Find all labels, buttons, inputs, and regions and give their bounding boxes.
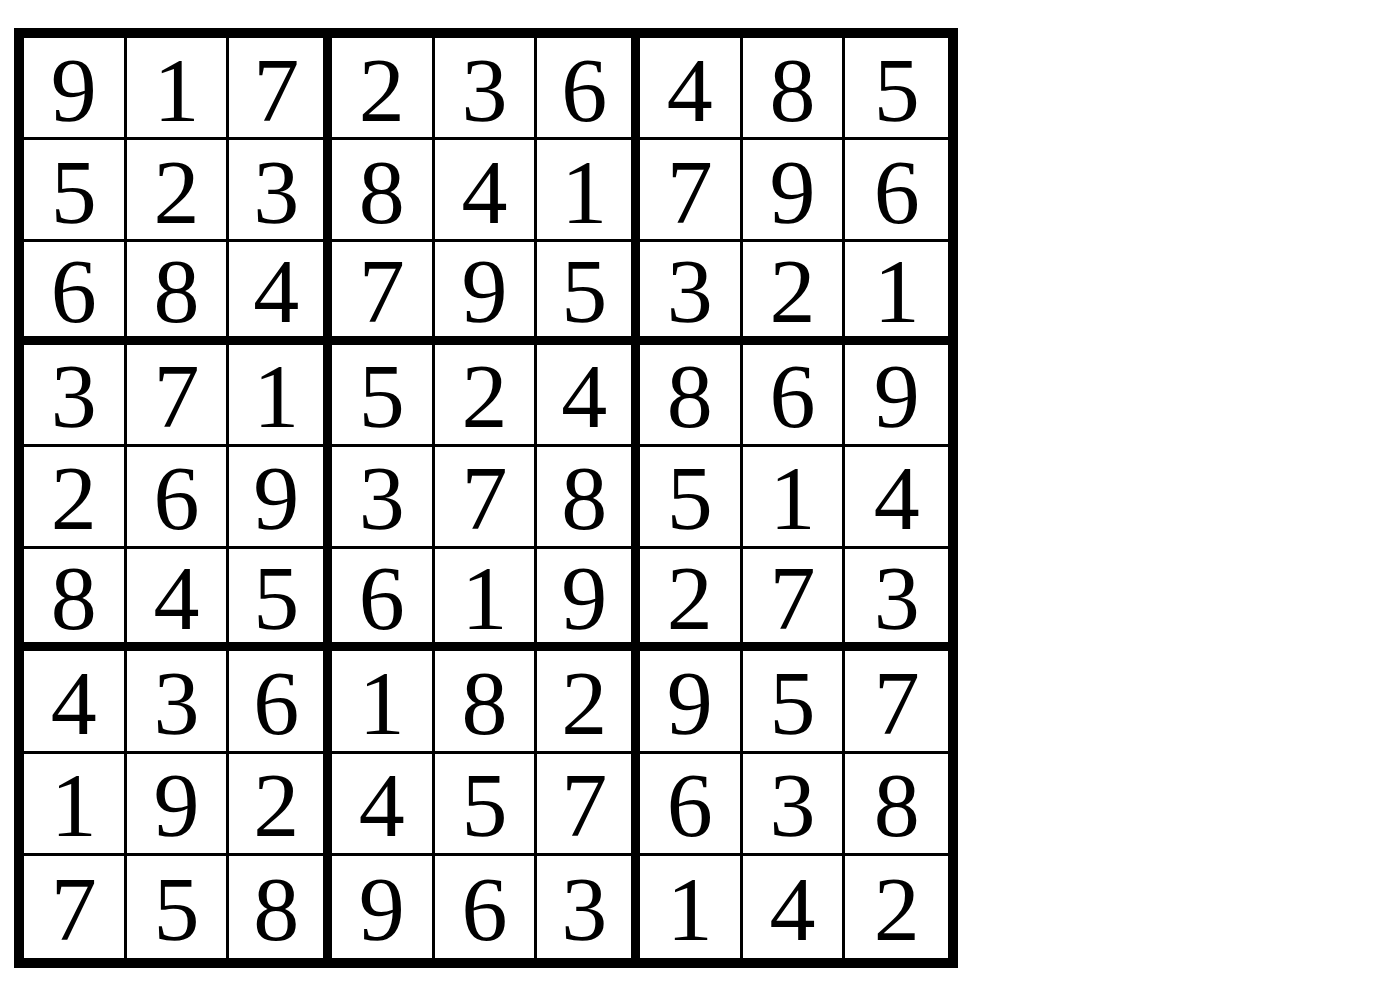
cell-r6c6[interactable]: 9 (537, 549, 640, 651)
cell-digit: 4 (153, 552, 199, 644)
cell-digit: 9 (769, 146, 815, 238)
cell-r1c3[interactable]: 7 (229, 38, 332, 140)
cell-digit: 4 (561, 350, 607, 442)
cell-digit: 1 (461, 552, 507, 644)
cell-digit: 9 (561, 552, 607, 644)
cell-digit: 7 (153, 350, 199, 442)
cell-r4c3[interactable]: 1 (229, 345, 332, 447)
cell-digit: 3 (874, 552, 920, 644)
cell-r2c9[interactable]: 6 (845, 140, 948, 242)
cell-r6c7[interactable]: 2 (640, 549, 743, 651)
cell-r1c8[interactable]: 8 (743, 38, 846, 140)
cell-r8c1[interactable]: 1 (24, 754, 127, 856)
cell-r1c7[interactable]: 4 (640, 38, 743, 140)
cell-digit: 3 (359, 452, 405, 544)
cell-digit: 2 (253, 759, 299, 851)
cell-r8c2[interactable]: 9 (127, 754, 230, 856)
cell-digit: 3 (667, 245, 713, 337)
cell-r4c5[interactable]: 2 (435, 345, 538, 447)
cell-digit: 5 (359, 350, 405, 442)
cell-r9c5[interactable]: 6 (435, 856, 538, 958)
cell-digit: 9 (461, 245, 507, 337)
cell-digit: 8 (359, 146, 405, 238)
cell-digit: 1 (561, 146, 607, 238)
cell-digit: 2 (153, 146, 199, 238)
cell-digit: 4 (253, 245, 299, 337)
cell-digit: 4 (769, 863, 815, 955)
cell-digit: 5 (561, 245, 607, 337)
cell-digit: 7 (561, 759, 607, 851)
cell-digit: 8 (667, 350, 713, 442)
cell-r8c8[interactable]: 3 (743, 754, 846, 856)
cell-r2c5[interactable]: 4 (435, 140, 538, 242)
cell-digit: 7 (253, 44, 299, 136)
cell-r1c9[interactable]: 5 (845, 38, 948, 140)
cell-digit: 6 (359, 552, 405, 644)
cell-digit: 3 (51, 350, 97, 442)
cell-r3c5[interactable]: 9 (435, 242, 538, 344)
cell-digit: 8 (253, 863, 299, 955)
cell-digit: 9 (874, 350, 920, 442)
cell-digit: 1 (769, 452, 815, 544)
cell-r9c2[interactable]: 5 (127, 856, 230, 958)
cell-r6c2[interactable]: 4 (127, 549, 230, 651)
cell-r1c6[interactable]: 6 (537, 38, 640, 140)
cell-digit: 2 (769, 245, 815, 337)
sudoku-board: 9172364855238417966847953213715248692693… (14, 28, 958, 968)
cell-digit: 7 (461, 452, 507, 544)
cell-digit: 8 (461, 657, 507, 749)
cell-digit: 4 (874, 452, 920, 544)
cell-digit: 7 (874, 657, 920, 749)
cell-r3c3[interactable]: 4 (229, 242, 332, 344)
cell-digit: 7 (769, 552, 815, 644)
cell-digit: 8 (51, 552, 97, 644)
cell-r8c5[interactable]: 5 (435, 754, 538, 856)
cell-r8c7[interactable]: 6 (640, 754, 743, 856)
cell-digit: 6 (874, 146, 920, 238)
cell-r9c4[interactable]: 9 (332, 856, 435, 958)
cell-digit: 2 (874, 863, 920, 955)
cell-digit: 6 (51, 245, 97, 337)
cell-digit: 4 (667, 44, 713, 136)
cell-digit: 1 (359, 657, 405, 749)
cell-r1c1[interactable]: 9 (24, 38, 127, 140)
cell-digit: 3 (769, 759, 815, 851)
cell-r8c3[interactable]: 2 (229, 754, 332, 856)
cell-r2c1[interactable]: 5 (24, 140, 127, 242)
cell-digit: 6 (769, 350, 815, 442)
cell-r9c6[interactable]: 3 (537, 856, 640, 958)
cell-r5c1[interactable]: 2 (24, 447, 127, 549)
cell-r6c1[interactable]: 8 (24, 549, 127, 651)
cell-r5c7[interactable]: 5 (640, 447, 743, 549)
cell-digit: 9 (253, 452, 299, 544)
cell-digit: 7 (51, 863, 97, 955)
cell-digit: 1 (253, 350, 299, 442)
cell-r3c8[interactable]: 2 (743, 242, 846, 344)
cell-digit: 5 (51, 146, 97, 238)
cell-r6c8[interactable]: 7 (743, 549, 846, 651)
cell-r9c9[interactable]: 2 (845, 856, 948, 958)
cell-r8c6[interactable]: 7 (537, 754, 640, 856)
cell-r2c6[interactable]: 1 (537, 140, 640, 242)
cell-digit: 7 (359, 245, 405, 337)
cell-r2c7[interactable]: 7 (640, 140, 743, 242)
cell-r2c8[interactable]: 9 (743, 140, 846, 242)
cell-r7c7[interactable]: 9 (640, 651, 743, 753)
cell-r5c8[interactable]: 1 (743, 447, 846, 549)
page: 9172364855238417966847953213715248692693… (0, 0, 1400, 1000)
cell-digit: 5 (253, 552, 299, 644)
cell-r1c2[interactable]: 1 (127, 38, 230, 140)
cell-digit: 9 (667, 657, 713, 749)
cell-r4c6[interactable]: 4 (537, 345, 640, 447)
cell-r7c2[interactable]: 3 (127, 651, 230, 753)
cell-r9c7[interactable]: 1 (640, 856, 743, 958)
cell-r3c4[interactable]: 7 (332, 242, 435, 344)
cell-r4c8[interactable]: 6 (743, 345, 846, 447)
cell-r3c9[interactable]: 1 (845, 242, 948, 344)
cell-digit: 5 (769, 657, 815, 749)
cell-r6c5[interactable]: 1 (435, 549, 538, 651)
cell-digit: 5 (153, 863, 199, 955)
cell-digit: 3 (253, 146, 299, 238)
cell-r7c3[interactable]: 6 (229, 651, 332, 753)
cell-r8c9[interactable]: 8 (845, 754, 948, 856)
cell-r7c9[interactable]: 7 (845, 651, 948, 753)
cell-digit: 2 (359, 44, 405, 136)
cell-digit: 3 (561, 863, 607, 955)
cell-digit: 3 (153, 657, 199, 749)
cell-r4c4[interactable]: 5 (332, 345, 435, 447)
cell-digit: 1 (874, 245, 920, 337)
cell-digit: 9 (153, 759, 199, 851)
cell-digit: 8 (561, 452, 607, 544)
cell-r3c1[interactable]: 6 (24, 242, 127, 344)
cell-digit: 1 (51, 759, 97, 851)
cell-r9c8[interactable]: 4 (743, 856, 846, 958)
cell-r9c1[interactable]: 7 (24, 856, 127, 958)
cell-r5c2[interactable]: 6 (127, 447, 230, 549)
cell-r1c4[interactable]: 2 (332, 38, 435, 140)
cell-r2c3[interactable]: 3 (229, 140, 332, 242)
cell-r3c2[interactable]: 8 (127, 242, 230, 344)
cell-digit: 5 (874, 44, 920, 136)
cell-digit: 4 (51, 657, 97, 749)
cell-digit: 5 (461, 759, 507, 851)
cell-digit: 6 (461, 863, 507, 955)
cell-r5c6[interactable]: 8 (537, 447, 640, 549)
cell-digit: 7 (667, 146, 713, 238)
cell-r4c9[interactable]: 9 (845, 345, 948, 447)
cell-r3c6[interactable]: 5 (537, 242, 640, 344)
cell-digit: 2 (667, 552, 713, 644)
cell-r6c9[interactable]: 3 (845, 549, 948, 651)
cell-digit: 4 (359, 759, 405, 851)
cell-digit: 8 (769, 44, 815, 136)
cell-r7c8[interactable]: 5 (743, 651, 846, 753)
cell-digit: 1 (153, 44, 199, 136)
cell-digit: 8 (874, 759, 920, 851)
cell-r2c2[interactable]: 2 (127, 140, 230, 242)
cell-r7c4[interactable]: 1 (332, 651, 435, 753)
cell-r4c7[interactable]: 8 (640, 345, 743, 447)
cell-digit: 1 (667, 863, 713, 955)
cell-r7c6[interactable]: 2 (537, 651, 640, 753)
cell-digit: 2 (561, 657, 607, 749)
cell-r3c7[interactable]: 3 (640, 242, 743, 344)
cell-r1c5[interactable]: 3 (435, 38, 538, 140)
cell-r9c3[interactable]: 8 (229, 856, 332, 958)
cell-r6c3[interactable]: 5 (229, 549, 332, 651)
cell-digit: 4 (461, 146, 507, 238)
cell-r2c4[interactable]: 8 (332, 140, 435, 242)
cell-digit: 6 (153, 452, 199, 544)
cell-r4c2[interactable]: 7 (127, 345, 230, 447)
cell-r7c1[interactable]: 4 (24, 651, 127, 753)
cell-digit: 6 (667, 759, 713, 851)
cell-digit: 5 (667, 452, 713, 544)
cell-digit: 9 (359, 863, 405, 955)
cell-digit: 8 (153, 245, 199, 337)
cell-r4c1[interactable]: 3 (24, 345, 127, 447)
cell-r6c4[interactable]: 6 (332, 549, 435, 651)
cell-r8c4[interactable]: 4 (332, 754, 435, 856)
cell-r5c9[interactable]: 4 (845, 447, 948, 549)
cell-r7c5[interactable]: 8 (435, 651, 538, 753)
cell-digit: 6 (253, 657, 299, 749)
cell-r5c4[interactable]: 3 (332, 447, 435, 549)
cell-digit: 9 (51, 44, 97, 136)
cell-digit: 2 (51, 452, 97, 544)
cell-digit: 3 (461, 44, 507, 136)
cell-digit: 2 (461, 350, 507, 442)
cell-r5c5[interactable]: 7 (435, 447, 538, 549)
cell-digit: 6 (561, 44, 607, 136)
cell-r5c3[interactable]: 9 (229, 447, 332, 549)
